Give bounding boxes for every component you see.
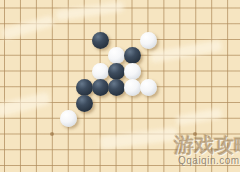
white-stone	[124, 63, 141, 80]
gomoku-board[interactable]: 游戏攻略 Qqaiqin.com	[0, 0, 240, 172]
black-stone	[92, 32, 109, 49]
black-stone	[76, 95, 93, 112]
black-stone	[108, 79, 125, 96]
black-stone	[108, 63, 125, 80]
star-point	[193, 132, 197, 136]
black-stone	[92, 79, 109, 96]
white-stone	[140, 32, 157, 49]
gomoku-screenshot: 游戏攻略 Qqaiqin.com	[0, 0, 240, 172]
board-grid	[0, 0, 235, 172]
black-stone	[76, 79, 93, 96]
star-point	[50, 132, 54, 136]
white-stone	[108, 47, 125, 64]
black-stone	[124, 47, 141, 64]
white-stone	[60, 110, 77, 127]
white-stone	[124, 79, 141, 96]
white-stone	[140, 79, 157, 96]
white-stone	[92, 63, 109, 80]
